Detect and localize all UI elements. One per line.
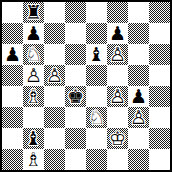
- white-bishop-piece: ♗: [23, 149, 44, 170]
- black-bishop-piece: ♝: [86, 44, 107, 65]
- square-f3[interactable]: [107, 107, 128, 128]
- square-b1[interactable]: ♝♗: [23, 149, 44, 170]
- square-f8[interactable]: [107, 2, 128, 23]
- square-h5[interactable]: [149, 65, 170, 86]
- square-e2[interactable]: [86, 128, 107, 149]
- square-c3[interactable]: [44, 107, 65, 128]
- black-pawn-piece: ♟: [2, 44, 23, 65]
- square-h2[interactable]: [149, 128, 170, 149]
- square-a4[interactable]: [2, 86, 23, 107]
- square-b5[interactable]: ♟♙: [23, 65, 44, 86]
- black-pawn-silhouette: ♟: [107, 23, 128, 44]
- square-f1[interactable]: [107, 149, 128, 170]
- square-g7[interactable]: [128, 23, 149, 44]
- white-pawn-piece: ♙: [128, 107, 149, 128]
- white-pawn-silhouette: ♟: [107, 86, 128, 107]
- square-b3[interactable]: [23, 107, 44, 128]
- square-f2[interactable]: ♚♔: [107, 128, 128, 149]
- white-pawn-silhouette: ♟: [23, 65, 44, 86]
- square-b6[interactable]: ♞♘: [23, 44, 44, 65]
- square-a3[interactable]: [2, 107, 23, 128]
- black-king-silhouette: ♚: [65, 86, 86, 107]
- square-b2[interactable]: ♝♝: [23, 128, 44, 149]
- square-h8[interactable]: [149, 2, 170, 23]
- black-pawn-piece: ♟: [128, 86, 149, 107]
- square-d8[interactable]: [65, 2, 86, 23]
- square-d6[interactable]: [65, 44, 86, 65]
- square-c4[interactable]: [44, 86, 65, 107]
- white-knight-piece: ♘: [23, 44, 44, 65]
- white-pawn-silhouette: ♟: [128, 107, 149, 128]
- square-d7[interactable]: [65, 23, 86, 44]
- square-c7[interactable]: [44, 23, 65, 44]
- white-knight-silhouette: ♞: [23, 44, 44, 65]
- square-g1[interactable]: [128, 149, 149, 170]
- white-king-piece: ♔: [107, 128, 128, 149]
- square-c5[interactable]: ♟♙: [44, 65, 65, 86]
- black-pawn-silhouette: ♟: [23, 23, 44, 44]
- white-bishop-piece: ♗: [23, 86, 44, 107]
- white-pawn-silhouette: ♟: [107, 44, 128, 65]
- chess-board: ♜♜♟♟♟♟♟♟♞♘♝♝♟♙♟♙♟♙♝♗♚♚♟♙♟♟♞♘♟♙♝♝♚♔♝♗: [2, 2, 170, 170]
- square-a8[interactable]: [2, 2, 23, 23]
- square-d3[interactable]: [65, 107, 86, 128]
- white-pawn-piece: ♙: [44, 65, 65, 86]
- square-h4[interactable]: [149, 86, 170, 107]
- square-d2[interactable]: [65, 128, 86, 149]
- square-e8[interactable]: [86, 2, 107, 23]
- square-a6[interactable]: ♟♟: [2, 44, 23, 65]
- square-f7[interactable]: ♟♟: [107, 23, 128, 44]
- black-bishop-silhouette: ♝: [86, 44, 107, 65]
- white-knight-silhouette: ♞: [86, 107, 107, 128]
- square-b4[interactable]: ♝♗: [23, 86, 44, 107]
- square-g8[interactable]: [128, 2, 149, 23]
- white-pawn-silhouette: ♟: [44, 65, 65, 86]
- square-a2[interactable]: [2, 128, 23, 149]
- square-g6[interactable]: [128, 44, 149, 65]
- black-king-piece: ♚: [65, 86, 86, 107]
- square-e1[interactable]: [86, 149, 107, 170]
- black-bishop-piece: ♝: [23, 128, 44, 149]
- square-e7[interactable]: [86, 23, 107, 44]
- square-d1[interactable]: [65, 149, 86, 170]
- square-c8[interactable]: [44, 2, 65, 23]
- square-d4[interactable]: ♚♚: [65, 86, 86, 107]
- square-d5[interactable]: [65, 65, 86, 86]
- white-bishop-silhouette: ♝: [23, 149, 44, 170]
- square-f5[interactable]: [107, 65, 128, 86]
- square-e3[interactable]: ♞♘: [86, 107, 107, 128]
- square-g3[interactable]: ♟♙: [128, 107, 149, 128]
- black-rook-piece: ♜: [23, 2, 44, 23]
- square-g5[interactable]: [128, 65, 149, 86]
- square-g2[interactable]: [128, 128, 149, 149]
- square-f4[interactable]: ♟♙: [107, 86, 128, 107]
- square-a1[interactable]: [2, 149, 23, 170]
- square-h3[interactable]: [149, 107, 170, 128]
- white-king-silhouette: ♚: [107, 128, 128, 149]
- white-pawn-piece: ♙: [23, 65, 44, 86]
- square-b7[interactable]: ♟♟: [23, 23, 44, 44]
- square-g4[interactable]: ♟♟: [128, 86, 149, 107]
- square-e5[interactable]: [86, 65, 107, 86]
- black-pawn-piece: ♟: [23, 23, 44, 44]
- chess-board-frame: ♜♜♟♟♟♟♟♟♞♘♝♝♟♙♟♙♟♙♝♗♚♚♟♙♟♟♞♘♟♙♝♝♚♔♝♗: [0, 0, 172, 172]
- square-c2[interactable]: [44, 128, 65, 149]
- black-pawn-silhouette: ♟: [2, 44, 23, 65]
- white-knight-piece: ♘: [86, 107, 107, 128]
- square-b8[interactable]: ♜♜: [23, 2, 44, 23]
- square-e4[interactable]: [86, 86, 107, 107]
- white-pawn-piece: ♙: [107, 44, 128, 65]
- square-c6[interactable]: [44, 44, 65, 65]
- square-f6[interactable]: ♟♙: [107, 44, 128, 65]
- white-pawn-piece: ♙: [107, 86, 128, 107]
- black-bishop-silhouette: ♝: [23, 128, 44, 149]
- square-a5[interactable]: [2, 65, 23, 86]
- square-e6[interactable]: ♝♝: [86, 44, 107, 65]
- square-h6[interactable]: [149, 44, 170, 65]
- black-pawn-silhouette: ♟: [128, 86, 149, 107]
- square-h1[interactable]: [149, 149, 170, 170]
- square-h7[interactable]: [149, 23, 170, 44]
- square-c1[interactable]: [44, 149, 65, 170]
- white-bishop-silhouette: ♝: [23, 86, 44, 107]
- square-a7[interactable]: [2, 23, 23, 44]
- black-pawn-piece: ♟: [107, 23, 128, 44]
- black-rook-silhouette: ♜: [23, 2, 44, 23]
